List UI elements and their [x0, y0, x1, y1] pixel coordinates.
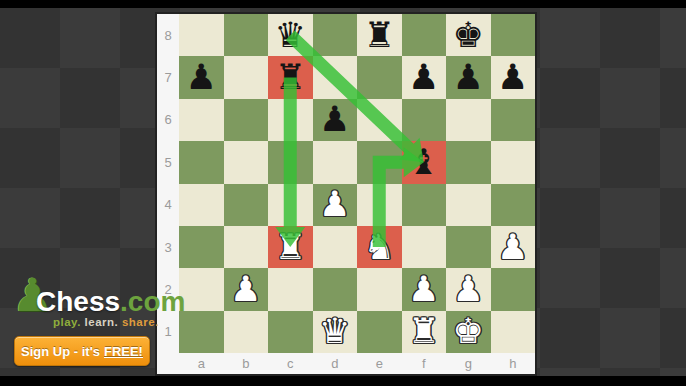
- white-rook-c3[interactable]: ♜: [268, 226, 313, 268]
- white-pawn-d4[interactable]: ♟: [313, 184, 358, 226]
- rank-label-4: 4: [164, 197, 171, 212]
- square-h7[interactable]: ♟: [491, 56, 536, 98]
- black-queen-c8[interactable]: ♛: [268, 14, 313, 56]
- square-g1[interactable]: ♚: [446, 311, 491, 353]
- square-e2[interactable]: [357, 268, 402, 310]
- square-e4[interactable]: [357, 184, 402, 226]
- square-d6[interactable]: ♟: [313, 99, 358, 141]
- black-pawn-a7[interactable]: ♟: [179, 56, 224, 98]
- rank-label-1: 1: [164, 324, 171, 339]
- rank-label-5: 5: [164, 155, 171, 170]
- square-c3[interactable]: ♜: [268, 226, 313, 268]
- square-h1[interactable]: [491, 311, 536, 353]
- sign-up-free-label: FREE!: [104, 344, 143, 359]
- sign-up-label: Sign Up - it's: [21, 344, 100, 359]
- file-label-g: g: [465, 356, 472, 371]
- square-h3[interactable]: ♟: [491, 226, 536, 268]
- chess-board[interactable]: ♛♜♚♟♜♟♟♟♟♝♟♜♞♟♟♟♟♛♜♚: [179, 14, 535, 353]
- square-h6[interactable]: [491, 99, 536, 141]
- square-f1[interactable]: ♜: [402, 311, 447, 353]
- square-g7[interactable]: ♟: [446, 56, 491, 98]
- tagline-share: share.: [122, 316, 159, 328]
- tagline-play: play.: [53, 316, 81, 328]
- square-h8[interactable]: [491, 14, 536, 56]
- chesscom-logo: Chess.com: [36, 286, 185, 318]
- file-label-f: f: [422, 356, 426, 371]
- square-c6[interactable]: [268, 99, 313, 141]
- white-pawn-f2[interactable]: ♟: [402, 268, 447, 310]
- square-a5[interactable]: [179, 141, 224, 183]
- square-d1[interactable]: ♛: [313, 311, 358, 353]
- square-f8[interactable]: [402, 14, 447, 56]
- square-f6[interactable]: [402, 99, 447, 141]
- square-c5[interactable]: [268, 141, 313, 183]
- square-h5[interactable]: [491, 141, 536, 183]
- black-pawn-h7[interactable]: ♟: [491, 56, 536, 98]
- rank-label-6: 6: [164, 112, 171, 127]
- tagline-learn: learn.: [85, 316, 119, 328]
- letterbox-top: [0, 0, 686, 8]
- square-a1[interactable]: [179, 311, 224, 353]
- file-label-d: d: [331, 356, 338, 371]
- square-g5[interactable]: [446, 141, 491, 183]
- square-g4[interactable]: [446, 184, 491, 226]
- square-a7[interactable]: ♟: [179, 56, 224, 98]
- file-label-b: b: [242, 356, 249, 371]
- file-label-e: e: [376, 356, 383, 371]
- square-c4[interactable]: [268, 184, 313, 226]
- square-f4[interactable]: [402, 184, 447, 226]
- rank-label-8: 8: [164, 28, 171, 43]
- square-b5[interactable]: [224, 141, 269, 183]
- square-g3[interactable]: [446, 226, 491, 268]
- square-e6[interactable]: [357, 99, 402, 141]
- black-pawn-g7[interactable]: ♟: [446, 56, 491, 98]
- file-label-h: h: [509, 356, 516, 371]
- square-g8[interactable]: ♚: [446, 14, 491, 56]
- square-b3[interactable]: [224, 226, 269, 268]
- file-labels: abcdefgh: [179, 353, 535, 374]
- square-e1[interactable]: [357, 311, 402, 353]
- square-e8[interactable]: ♜: [357, 14, 402, 56]
- white-pawn-h3[interactable]: ♟: [491, 226, 536, 268]
- chess-board-block: 87654321 ♛♜♚♟♜♟♟♟♟♝♟♜♞♟♟♟♟♛♜♚ abcdefgh: [155, 12, 537, 376]
- white-king-g1[interactable]: ♚: [446, 311, 491, 353]
- file-label-c: c: [287, 356, 294, 371]
- rank-label-3: 3: [164, 240, 171, 255]
- file-label-a: a: [198, 356, 205, 371]
- black-rook-c7[interactable]: ♜: [268, 56, 313, 98]
- square-f7[interactable]: ♟: [402, 56, 447, 98]
- square-a2[interactable]: [179, 268, 224, 310]
- square-b1[interactable]: [224, 311, 269, 353]
- square-g6[interactable]: [446, 99, 491, 141]
- square-b2[interactable]: ♟: [224, 268, 269, 310]
- square-b4[interactable]: [224, 184, 269, 226]
- square-a8[interactable]: [179, 14, 224, 56]
- square-c1[interactable]: [268, 311, 313, 353]
- logo-com-text: .com: [120, 286, 185, 317]
- black-rook-e8[interactable]: ♜: [357, 14, 402, 56]
- square-c2[interactable]: [268, 268, 313, 310]
- white-queen-d1[interactable]: ♛: [313, 311, 358, 353]
- rank-label-7: 7: [164, 70, 171, 85]
- square-b6[interactable]: [224, 99, 269, 141]
- square-g2[interactable]: ♟: [446, 268, 491, 310]
- black-king-g8[interactable]: ♚: [446, 14, 491, 56]
- square-c8[interactable]: ♛: [268, 14, 313, 56]
- tagline: play. learn. share.: [53, 316, 159, 328]
- square-a6[interactable]: [179, 99, 224, 141]
- black-bishop-f5[interactable]: ♝: [402, 141, 447, 183]
- video-frame: 87654321 ♛♜♚♟♜♟♟♟♟♝♟♜♞♟♟♟♟♛♜♚ abcdefgh ♟…: [0, 0, 686, 386]
- square-f3[interactable]: [402, 226, 447, 268]
- square-b8[interactable]: [224, 14, 269, 56]
- square-e3[interactable]: ♞: [357, 226, 402, 268]
- white-knight-e3[interactable]: ♞: [357, 226, 402, 268]
- square-a3[interactable]: [179, 226, 224, 268]
- square-d3[interactable]: [313, 226, 358, 268]
- square-d8[interactable]: [313, 14, 358, 56]
- white-pawn-g2[interactable]: ♟: [446, 268, 491, 310]
- square-d2[interactable]: [313, 268, 358, 310]
- square-c7[interactable]: ♜: [268, 56, 313, 98]
- black-pawn-f7[interactable]: ♟: [402, 56, 447, 98]
- square-d7[interactable]: [313, 56, 358, 98]
- square-f5[interactable]: ♝: [402, 141, 447, 183]
- white-rook-f1[interactable]: ♜: [402, 311, 447, 353]
- logo-chess-text: Chess: [36, 286, 120, 317]
- square-d5[interactable]: [313, 141, 358, 183]
- square-a4[interactable]: [179, 184, 224, 226]
- square-e7[interactable]: [357, 56, 402, 98]
- square-h2[interactable]: [491, 268, 536, 310]
- white-pawn-b2[interactable]: ♟: [224, 268, 269, 310]
- square-d4[interactable]: ♟: [313, 184, 358, 226]
- letterbox-bottom: [0, 376, 686, 386]
- square-h4[interactable]: [491, 184, 536, 226]
- square-f2[interactable]: ♟: [402, 268, 447, 310]
- sign-up-button[interactable]: Sign Up - it's FREE!: [14, 336, 150, 366]
- black-pawn-d6[interactable]: ♟: [313, 99, 358, 141]
- square-b7[interactable]: [224, 56, 269, 98]
- square-e5[interactable]: [357, 141, 402, 183]
